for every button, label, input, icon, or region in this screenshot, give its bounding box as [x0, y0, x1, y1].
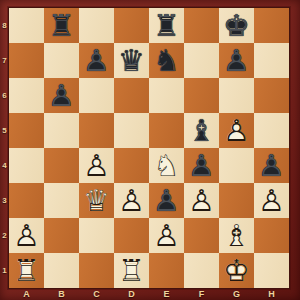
square-d4[interactable] [114, 148, 149, 183]
white-knight[interactable]: ♞♘ [149, 148, 184, 183]
black-pawn[interactable]: ♟♙ [79, 43, 114, 78]
square-f4[interactable]: ♟♙ [184, 148, 219, 183]
black-bishop[interactable]: ♝♗ [184, 113, 219, 148]
square-c4[interactable]: ♟♙ [79, 148, 114, 183]
square-f8[interactable] [184, 8, 219, 43]
black-rook[interactable]: ♜♖ [44, 8, 79, 43]
square-f5[interactable]: ♝♗ [184, 113, 219, 148]
square-e7[interactable]: ♞♘ [149, 43, 184, 78]
rank-label-1: 1 [0, 253, 9, 288]
square-a4[interactable] [9, 148, 44, 183]
square-g1[interactable]: ♚♔ [219, 253, 254, 288]
square-d5[interactable] [114, 113, 149, 148]
square-a5[interactable] [9, 113, 44, 148]
rank-label-3: 3 [0, 183, 9, 218]
file-label-c: C [79, 287, 114, 300]
square-f6[interactable] [184, 78, 219, 113]
square-b3[interactable] [44, 183, 79, 218]
square-d1[interactable]: ♜♖ [114, 253, 149, 288]
square-g7[interactable]: ♟♙ [219, 43, 254, 78]
square-a7[interactable] [9, 43, 44, 78]
black-pawn[interactable]: ♟♙ [254, 148, 289, 183]
square-g4[interactable] [219, 148, 254, 183]
square-c2[interactable] [79, 218, 114, 253]
square-e4[interactable]: ♞♘ [149, 148, 184, 183]
square-f3[interactable]: ♟♙ [184, 183, 219, 218]
rank-label-4: 4 [0, 148, 9, 183]
black-queen[interactable]: ♛♕ [114, 43, 149, 78]
square-e3[interactable]: ♟♙ [149, 183, 184, 218]
file-label-d: D [114, 287, 149, 300]
square-h1[interactable] [254, 253, 289, 288]
white-bishop[interactable]: ♝♗ [219, 218, 254, 253]
square-c7[interactable]: ♟♙ [79, 43, 114, 78]
square-g3[interactable] [219, 183, 254, 218]
file-label-e: E [149, 287, 184, 300]
black-pawn[interactable]: ♟♙ [149, 183, 184, 218]
black-pawn[interactable]: ♟♙ [219, 43, 254, 78]
white-pawn[interactable]: ♟♙ [184, 183, 219, 218]
white-king[interactable]: ♚♔ [219, 253, 254, 288]
square-c8[interactable] [79, 8, 114, 43]
square-f2[interactable] [184, 218, 219, 253]
square-f1[interactable] [184, 253, 219, 288]
square-h6[interactable] [254, 78, 289, 113]
square-c5[interactable] [79, 113, 114, 148]
rank-label-5: 5 [0, 113, 9, 148]
square-e5[interactable] [149, 113, 184, 148]
chess-board-diagram: ♜♖♜♖♚♔♟♙♛♕♞♘♟♙♟♙♝♗♟♙♟♙♞♘♟♙♟♙♛♕♟♙♟♙♟♙♟♙♟♙… [0, 0, 300, 300]
white-pawn[interactable]: ♟♙ [149, 218, 184, 253]
square-b5[interactable] [44, 113, 79, 148]
white-pawn[interactable]: ♟♙ [114, 183, 149, 218]
square-c6[interactable] [79, 78, 114, 113]
square-g8[interactable]: ♚♔ [219, 8, 254, 43]
square-g2[interactable]: ♝♗ [219, 218, 254, 253]
file-label-a: A [9, 287, 44, 300]
rank-label-7: 7 [0, 43, 9, 78]
white-pawn[interactable]: ♟♙ [254, 183, 289, 218]
square-a2[interactable]: ♟♙ [9, 218, 44, 253]
square-b1[interactable] [44, 253, 79, 288]
file-label-f: F [184, 287, 219, 300]
square-h3[interactable]: ♟♙ [254, 183, 289, 218]
chess-board: ♜♖♜♖♚♔♟♙♛♕♞♘♟♙♟♙♝♗♟♙♟♙♞♘♟♙♟♙♛♕♟♙♟♙♟♙♟♙♟♙… [9, 8, 289, 288]
square-h4[interactable]: ♟♙ [254, 148, 289, 183]
file-label-b: B [44, 287, 79, 300]
square-h2[interactable] [254, 218, 289, 253]
square-g6[interactable] [219, 78, 254, 113]
white-pawn[interactable]: ♟♙ [9, 218, 44, 253]
square-a6[interactable] [9, 78, 44, 113]
square-e6[interactable] [149, 78, 184, 113]
square-b8[interactable]: ♜♖ [44, 8, 79, 43]
square-d6[interactable] [114, 78, 149, 113]
square-d8[interactable] [114, 8, 149, 43]
black-king[interactable]: ♚♔ [219, 8, 254, 43]
square-h8[interactable] [254, 8, 289, 43]
rank-label-2: 2 [0, 218, 9, 253]
square-a1[interactable]: ♜♖ [9, 253, 44, 288]
rank-label-6: 6 [0, 78, 9, 113]
square-a3[interactable] [9, 183, 44, 218]
black-pawn[interactable]: ♟♙ [184, 148, 219, 183]
square-d3[interactable]: ♟♙ [114, 183, 149, 218]
square-h7[interactable] [254, 43, 289, 78]
black-pawn[interactable]: ♟♙ [44, 78, 79, 113]
square-d2[interactable] [114, 218, 149, 253]
square-a8[interactable] [9, 8, 44, 43]
square-g5[interactable]: ♟♙ [219, 113, 254, 148]
square-b6[interactable]: ♟♙ [44, 78, 79, 113]
file-label-h: H [254, 287, 289, 300]
black-rook[interactable]: ♜♖ [149, 8, 184, 43]
square-b2[interactable] [44, 218, 79, 253]
square-b7[interactable] [44, 43, 79, 78]
white-rook[interactable]: ♜♖ [114, 253, 149, 288]
square-d7[interactable]: ♛♕ [114, 43, 149, 78]
square-c1[interactable] [79, 253, 114, 288]
white-pawn[interactable]: ♟♙ [219, 113, 254, 148]
square-e2[interactable]: ♟♙ [149, 218, 184, 253]
white-queen[interactable]: ♛♕ [79, 183, 114, 218]
square-h5[interactable] [254, 113, 289, 148]
black-knight[interactable]: ♞♘ [149, 43, 184, 78]
square-e1[interactable] [149, 253, 184, 288]
file-label-g: G [219, 287, 254, 300]
square-f7[interactable] [184, 43, 219, 78]
white-pawn[interactable]: ♟♙ [79, 148, 114, 183]
square-c3[interactable]: ♛♕ [79, 183, 114, 218]
square-b4[interactable] [44, 148, 79, 183]
rank-label-8: 8 [0, 8, 9, 43]
white-rook[interactable]: ♜♖ [9, 253, 44, 288]
square-e8[interactable]: ♜♖ [149, 8, 184, 43]
